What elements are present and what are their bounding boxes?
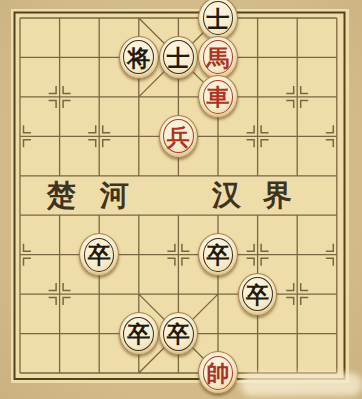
- point-f8-r7[interactable]: [317, 274, 357, 313]
- piece-glyph: 卒: [88, 243, 111, 266]
- point-f1-r5[interactable]: [40, 196, 80, 235]
- point-f0-r5[interactable]: [0, 196, 40, 235]
- point-f2-r9[interactable]: [79, 353, 119, 392]
- piece-glyph: 卒: [206, 243, 229, 266]
- point-f2-r0[interactable]: [79, 0, 119, 38]
- piece-black-10[interactable]: 卒: [159, 312, 199, 355]
- piece-red-11[interactable]: 帥: [198, 351, 238, 394]
- point-f4-r0[interactable]: [159, 0, 199, 38]
- point-f5-r2[interactable]: 車: [198, 77, 238, 116]
- piece-black-0[interactable]: 士: [198, 0, 238, 40]
- piece-glyph: 卒: [167, 322, 190, 345]
- piece-black-8[interactable]: 卒: [238, 273, 278, 316]
- point-f1-r3[interactable]: [40, 117, 80, 156]
- point-f5-r8[interactable]: [198, 314, 238, 353]
- point-f0-r9[interactable]: [0, 353, 40, 392]
- piece-glyph: 兵: [167, 124, 190, 147]
- point-f2-r8[interactable]: [79, 314, 119, 353]
- point-f3-r7[interactable]: [119, 274, 159, 313]
- point-f0-r7[interactable]: [0, 274, 40, 313]
- piece-black-9[interactable]: 卒: [119, 312, 159, 355]
- point-f0-r2[interactable]: [0, 77, 40, 116]
- point-f3-r2[interactable]: [119, 77, 159, 116]
- point-f0-r4[interactable]: [0, 156, 40, 195]
- watermark-smudge: [241, 373, 362, 396]
- point-f8-r5[interactable]: [317, 196, 357, 235]
- point-f5-r4[interactable]: [198, 156, 238, 195]
- point-f8-r6[interactable]: [317, 235, 357, 274]
- piece-black-7[interactable]: 卒: [198, 233, 238, 276]
- point-f4-r5[interactable]: [159, 196, 199, 235]
- point-f5-r9[interactable]: 帥: [198, 353, 238, 392]
- piece-black-2[interactable]: 士: [159, 36, 199, 79]
- point-f8-r2[interactable]: [317, 77, 357, 116]
- point-f6-r1[interactable]: [238, 38, 278, 77]
- point-f8-r8[interactable]: [317, 314, 357, 353]
- piece-glyph: 士: [206, 6, 229, 29]
- point-f8-r1[interactable]: [317, 38, 357, 77]
- piece-glyph: 卒: [127, 322, 150, 345]
- point-f3-r5[interactable]: [119, 196, 159, 235]
- point-f4-r9[interactable]: [159, 353, 199, 392]
- point-f8-r3[interactable]: [317, 117, 357, 156]
- point-f5-r6[interactable]: 卒: [198, 235, 238, 274]
- point-f1-r9[interactable]: [40, 353, 80, 392]
- point-f0-r6[interactable]: [0, 235, 40, 274]
- point-f6-r5[interactable]: [238, 196, 278, 235]
- point-f2-r5[interactable]: [79, 196, 119, 235]
- point-f4-r2[interactable]: [159, 77, 199, 116]
- point-f4-r7[interactable]: [159, 274, 199, 313]
- point-f6-r6[interactable]: [238, 235, 278, 274]
- point-f1-r8[interactable]: [40, 314, 80, 353]
- point-f3-r3[interactable]: [119, 117, 159, 156]
- point-f7-r1[interactable]: [277, 38, 317, 77]
- point-f7-r2[interactable]: [277, 77, 317, 116]
- piece-red-4[interactable]: 車: [198, 75, 238, 118]
- point-f3-r0[interactable]: [119, 0, 159, 38]
- point-f0-r0[interactable]: [0, 0, 40, 38]
- piece-glyph: 車: [206, 85, 229, 108]
- point-f5-r0[interactable]: 士: [198, 0, 238, 38]
- point-f7-r0[interactable]: [277, 0, 317, 38]
- point-f8-r4[interactable]: [317, 156, 357, 195]
- point-f6-r8[interactable]: [238, 314, 278, 353]
- piece-glyph: 帥: [206, 361, 229, 384]
- point-f6-r7[interactable]: 卒: [238, 274, 278, 313]
- piece-glyph: 馬: [206, 45, 229, 68]
- point-f7-r8[interactable]: [277, 314, 317, 353]
- point-f4-r4[interactable]: [159, 156, 199, 195]
- point-f5-r1[interactable]: 馬: [198, 38, 238, 77]
- piece-black-1[interactable]: 将: [119, 36, 159, 79]
- piece-black-6[interactable]: 卒: [79, 233, 119, 276]
- point-f5-r5[interactable]: [198, 196, 238, 235]
- point-f8-r0[interactable]: [317, 0, 357, 38]
- point-f1-r6[interactable]: [40, 235, 80, 274]
- point-f5-r7[interactable]: [198, 274, 238, 313]
- point-f7-r6[interactable]: [277, 235, 317, 274]
- point-f3-r6[interactable]: [119, 235, 159, 274]
- point-f1-r2[interactable]: [40, 77, 80, 116]
- point-f2-r4[interactable]: [79, 156, 119, 195]
- point-f1-r7[interactable]: [40, 274, 80, 313]
- point-f4-r6[interactable]: [159, 235, 199, 274]
- point-f6-r4[interactable]: [238, 156, 278, 195]
- piece-red-5[interactable]: 兵: [159, 115, 199, 158]
- point-f4-r8[interactable]: 卒: [159, 314, 199, 353]
- point-f2-r1[interactable]: [79, 38, 119, 77]
- point-f6-r0[interactable]: [238, 0, 278, 38]
- point-f0-r1[interactable]: [0, 38, 40, 77]
- point-f3-r1[interactable]: 将: [119, 38, 159, 77]
- point-f2-r3[interactable]: [79, 117, 119, 156]
- point-f1-r4[interactable]: [40, 156, 80, 195]
- point-f7-r3[interactable]: [277, 117, 317, 156]
- point-f1-r0[interactable]: [40, 0, 80, 38]
- point-f7-r5[interactable]: [277, 196, 317, 235]
- piece-glyph: 士: [167, 45, 190, 68]
- point-f3-r8[interactable]: 卒: [119, 314, 159, 353]
- piece-glyph: 将: [127, 45, 150, 68]
- point-f4-r1[interactable]: 士: [159, 38, 199, 77]
- point-f0-r8[interactable]: [0, 314, 40, 353]
- point-f4-r3[interactable]: 兵: [159, 117, 199, 156]
- piece-red-3[interactable]: 馬: [198, 36, 238, 79]
- piece-glyph: 卒: [246, 282, 269, 305]
- point-f2-r7[interactable]: [79, 274, 119, 313]
- point-f3-r9[interactable]: [119, 353, 159, 392]
- point-f5-r3[interactable]: [198, 117, 238, 156]
- point-f7-r4[interactable]: [277, 156, 317, 195]
- point-f0-r3[interactable]: [0, 117, 40, 156]
- point-f6-r3[interactable]: [238, 117, 278, 156]
- point-f6-r2[interactable]: [238, 77, 278, 116]
- point-f2-r2[interactable]: [79, 77, 119, 116]
- point-f1-r1[interactable]: [40, 38, 80, 77]
- xiangqi-app: 楚河 汉界 士将士馬車兵卒卒卒卒卒帥: [0, 0, 362, 399]
- point-f2-r6[interactable]: 卒: [79, 235, 119, 274]
- point-f3-r4[interactable]: [119, 156, 159, 195]
- board-grid: 士将士馬車兵卒卒卒卒卒帥: [0, 0, 356, 393]
- point-f7-r7[interactable]: [277, 274, 317, 313]
